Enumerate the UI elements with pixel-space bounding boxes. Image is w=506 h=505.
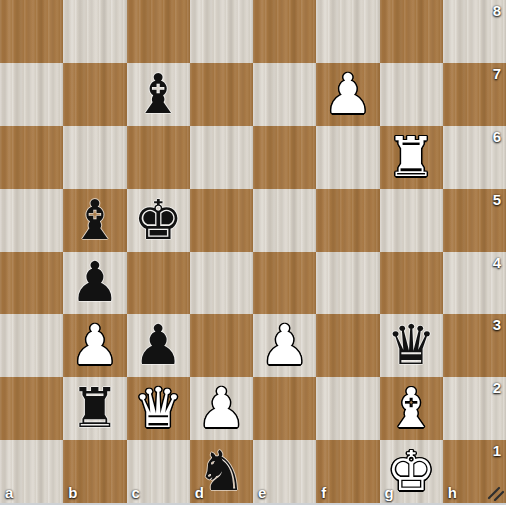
- square-f1[interactable]: f: [316, 440, 379, 503]
- square-f3[interactable]: [316, 314, 379, 377]
- piece-white-pawn[interactable]: ♟: [63, 314, 126, 377]
- square-f5[interactable]: [316, 189, 379, 252]
- square-b1[interactable]: b: [63, 440, 126, 503]
- piece-black-knight[interactable]: ♞: [190, 440, 253, 503]
- square-h8[interactable]: 8: [443, 0, 506, 63]
- square-b2[interactable]: ♜: [63, 377, 126, 440]
- square-c2[interactable]: ♛: [127, 377, 190, 440]
- square-b6[interactable]: [63, 126, 126, 189]
- piece-white-queen[interactable]: ♛: [127, 377, 190, 440]
- square-c1[interactable]: c: [127, 440, 190, 503]
- rank-label-3: 3: [493, 316, 501, 333]
- file-label-c: c: [132, 484, 140, 501]
- square-f8[interactable]: [316, 0, 379, 63]
- square-a4[interactable]: [0, 252, 63, 315]
- square-b3[interactable]: ♟: [63, 314, 126, 377]
- square-c8[interactable]: [127, 0, 190, 63]
- piece-white-pawn[interactable]: ♟: [253, 314, 316, 377]
- chess-board: 8♝♟7♜6♝♚5♟4♟♟♟♛3♜♛♟♝2abcd♞efg♚1h: [0, 0, 506, 503]
- square-e1[interactable]: e: [253, 440, 316, 503]
- square-h4[interactable]: 4: [443, 252, 506, 315]
- square-g1[interactable]: g♚: [380, 440, 443, 503]
- square-a8[interactable]: [0, 0, 63, 63]
- file-label-h: h: [448, 484, 457, 501]
- rank-label-1: 1: [493, 442, 501, 459]
- piece-white-pawn[interactable]: ♟: [316, 63, 379, 126]
- square-f2[interactable]: [316, 377, 379, 440]
- piece-black-king[interactable]: ♚: [127, 189, 190, 252]
- square-g6[interactable]: ♜: [380, 126, 443, 189]
- square-a1[interactable]: a: [0, 440, 63, 503]
- square-h7[interactable]: 7: [443, 63, 506, 126]
- square-f6[interactable]: [316, 126, 379, 189]
- file-label-b: b: [68, 484, 77, 501]
- piece-white-king[interactable]: ♚: [380, 440, 443, 503]
- piece-black-pawn[interactable]: ♟: [127, 314, 190, 377]
- piece-black-pawn[interactable]: ♟: [63, 252, 126, 315]
- square-d1[interactable]: d♞: [190, 440, 253, 503]
- square-f4[interactable]: [316, 252, 379, 315]
- square-g7[interactable]: [380, 63, 443, 126]
- rank-label-5: 5: [493, 191, 501, 208]
- square-g8[interactable]: [380, 0, 443, 63]
- square-d6[interactable]: [190, 126, 253, 189]
- square-h6[interactable]: 6: [443, 126, 506, 189]
- square-e8[interactable]: [253, 0, 316, 63]
- square-b7[interactable]: [63, 63, 126, 126]
- square-g5[interactable]: [380, 189, 443, 252]
- square-e7[interactable]: [253, 63, 316, 126]
- square-h2[interactable]: 2: [443, 377, 506, 440]
- square-d7[interactable]: [190, 63, 253, 126]
- file-label-e: e: [258, 484, 266, 501]
- board-resize-handle[interactable]: [486, 483, 504, 501]
- piece-black-rook[interactable]: ♜: [63, 377, 126, 440]
- rank-label-7: 7: [493, 65, 501, 82]
- square-b5[interactable]: ♝: [63, 189, 126, 252]
- file-label-a: a: [5, 484, 13, 501]
- square-d5[interactable]: [190, 189, 253, 252]
- rank-label-6: 6: [493, 128, 501, 145]
- square-c7[interactable]: ♝: [127, 63, 190, 126]
- square-d2[interactable]: ♟: [190, 377, 253, 440]
- square-h3[interactable]: 3: [443, 314, 506, 377]
- square-c5[interactable]: ♚: [127, 189, 190, 252]
- square-c3[interactable]: ♟: [127, 314, 190, 377]
- square-f7[interactable]: ♟: [316, 63, 379, 126]
- square-h5[interactable]: 5: [443, 189, 506, 252]
- square-d3[interactable]: [190, 314, 253, 377]
- rank-label-4: 4: [493, 254, 501, 271]
- square-a5[interactable]: [0, 189, 63, 252]
- square-e4[interactable]: [253, 252, 316, 315]
- square-b4[interactable]: ♟: [63, 252, 126, 315]
- square-a2[interactable]: [0, 377, 63, 440]
- square-c6[interactable]: [127, 126, 190, 189]
- rank-label-8: 8: [493, 2, 501, 19]
- square-g2[interactable]: ♝: [380, 377, 443, 440]
- square-c4[interactable]: [127, 252, 190, 315]
- square-e2[interactable]: [253, 377, 316, 440]
- piece-black-bishop[interactable]: ♝: [127, 63, 190, 126]
- square-e6[interactable]: [253, 126, 316, 189]
- square-d8[interactable]: [190, 0, 253, 63]
- piece-white-bishop[interactable]: ♝: [380, 377, 443, 440]
- piece-black-bishop[interactable]: ♝: [63, 189, 126, 252]
- square-g3[interactable]: ♛: [380, 314, 443, 377]
- square-g4[interactable]: [380, 252, 443, 315]
- square-e5[interactable]: [253, 189, 316, 252]
- square-e3[interactable]: ♟: [253, 314, 316, 377]
- piece-white-pawn[interactable]: ♟: [190, 377, 253, 440]
- square-a3[interactable]: [0, 314, 63, 377]
- piece-black-queen[interactable]: ♛: [380, 314, 443, 377]
- square-b8[interactable]: [63, 0, 126, 63]
- piece-white-rook[interactable]: ♜: [380, 126, 443, 189]
- square-d4[interactable]: [190, 252, 253, 315]
- square-a7[interactable]: [0, 63, 63, 126]
- file-label-f: f: [321, 484, 326, 501]
- square-a6[interactable]: [0, 126, 63, 189]
- rank-label-2: 2: [493, 379, 501, 396]
